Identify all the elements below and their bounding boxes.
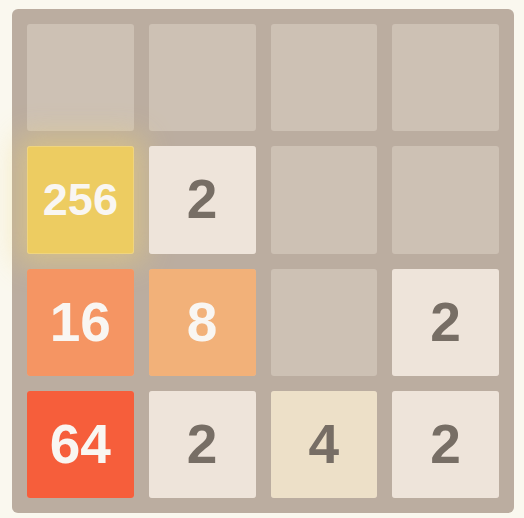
grid-cell-r2c2: 2 [149,146,256,253]
tile-4: 4 [271,391,378,498]
grid-cell-r4c4: 2 [392,391,499,498]
tile-2: 2 [149,146,256,253]
tile-64: 64 [27,391,134,498]
grid-cell-r2c4 [392,146,499,253]
grid-cell-r1c4 [392,24,499,131]
tile-16: 16 [27,269,134,376]
tile-8: 8 [149,269,256,376]
grid-cell-r4c3: 4 [271,391,378,498]
grid-cell-r2c3 [271,146,378,253]
grid-cell-r4c2: 2 [149,391,256,498]
grid-cell-r2c1: 256 [27,146,134,253]
tile-256: 256 [27,146,134,253]
tile-2: 2 [392,269,499,376]
game-board-2048[interactable]: 2562168264242 [12,9,514,513]
grid-cell-r3c3 [271,269,378,376]
grid-cell-r3c2: 8 [149,269,256,376]
grid-cell-r1c3 [271,24,378,131]
tile-2: 2 [149,391,256,498]
grid-cell-r1c2 [149,24,256,131]
tile-2: 2 [392,391,499,498]
grid-cell-r3c4: 2 [392,269,499,376]
grid-cell-r4c1: 64 [27,391,134,498]
grid-cell-r1c1 [27,24,134,131]
grid-cell-r3c1: 16 [27,269,134,376]
game-page: 2562168264242 [0,0,524,518]
